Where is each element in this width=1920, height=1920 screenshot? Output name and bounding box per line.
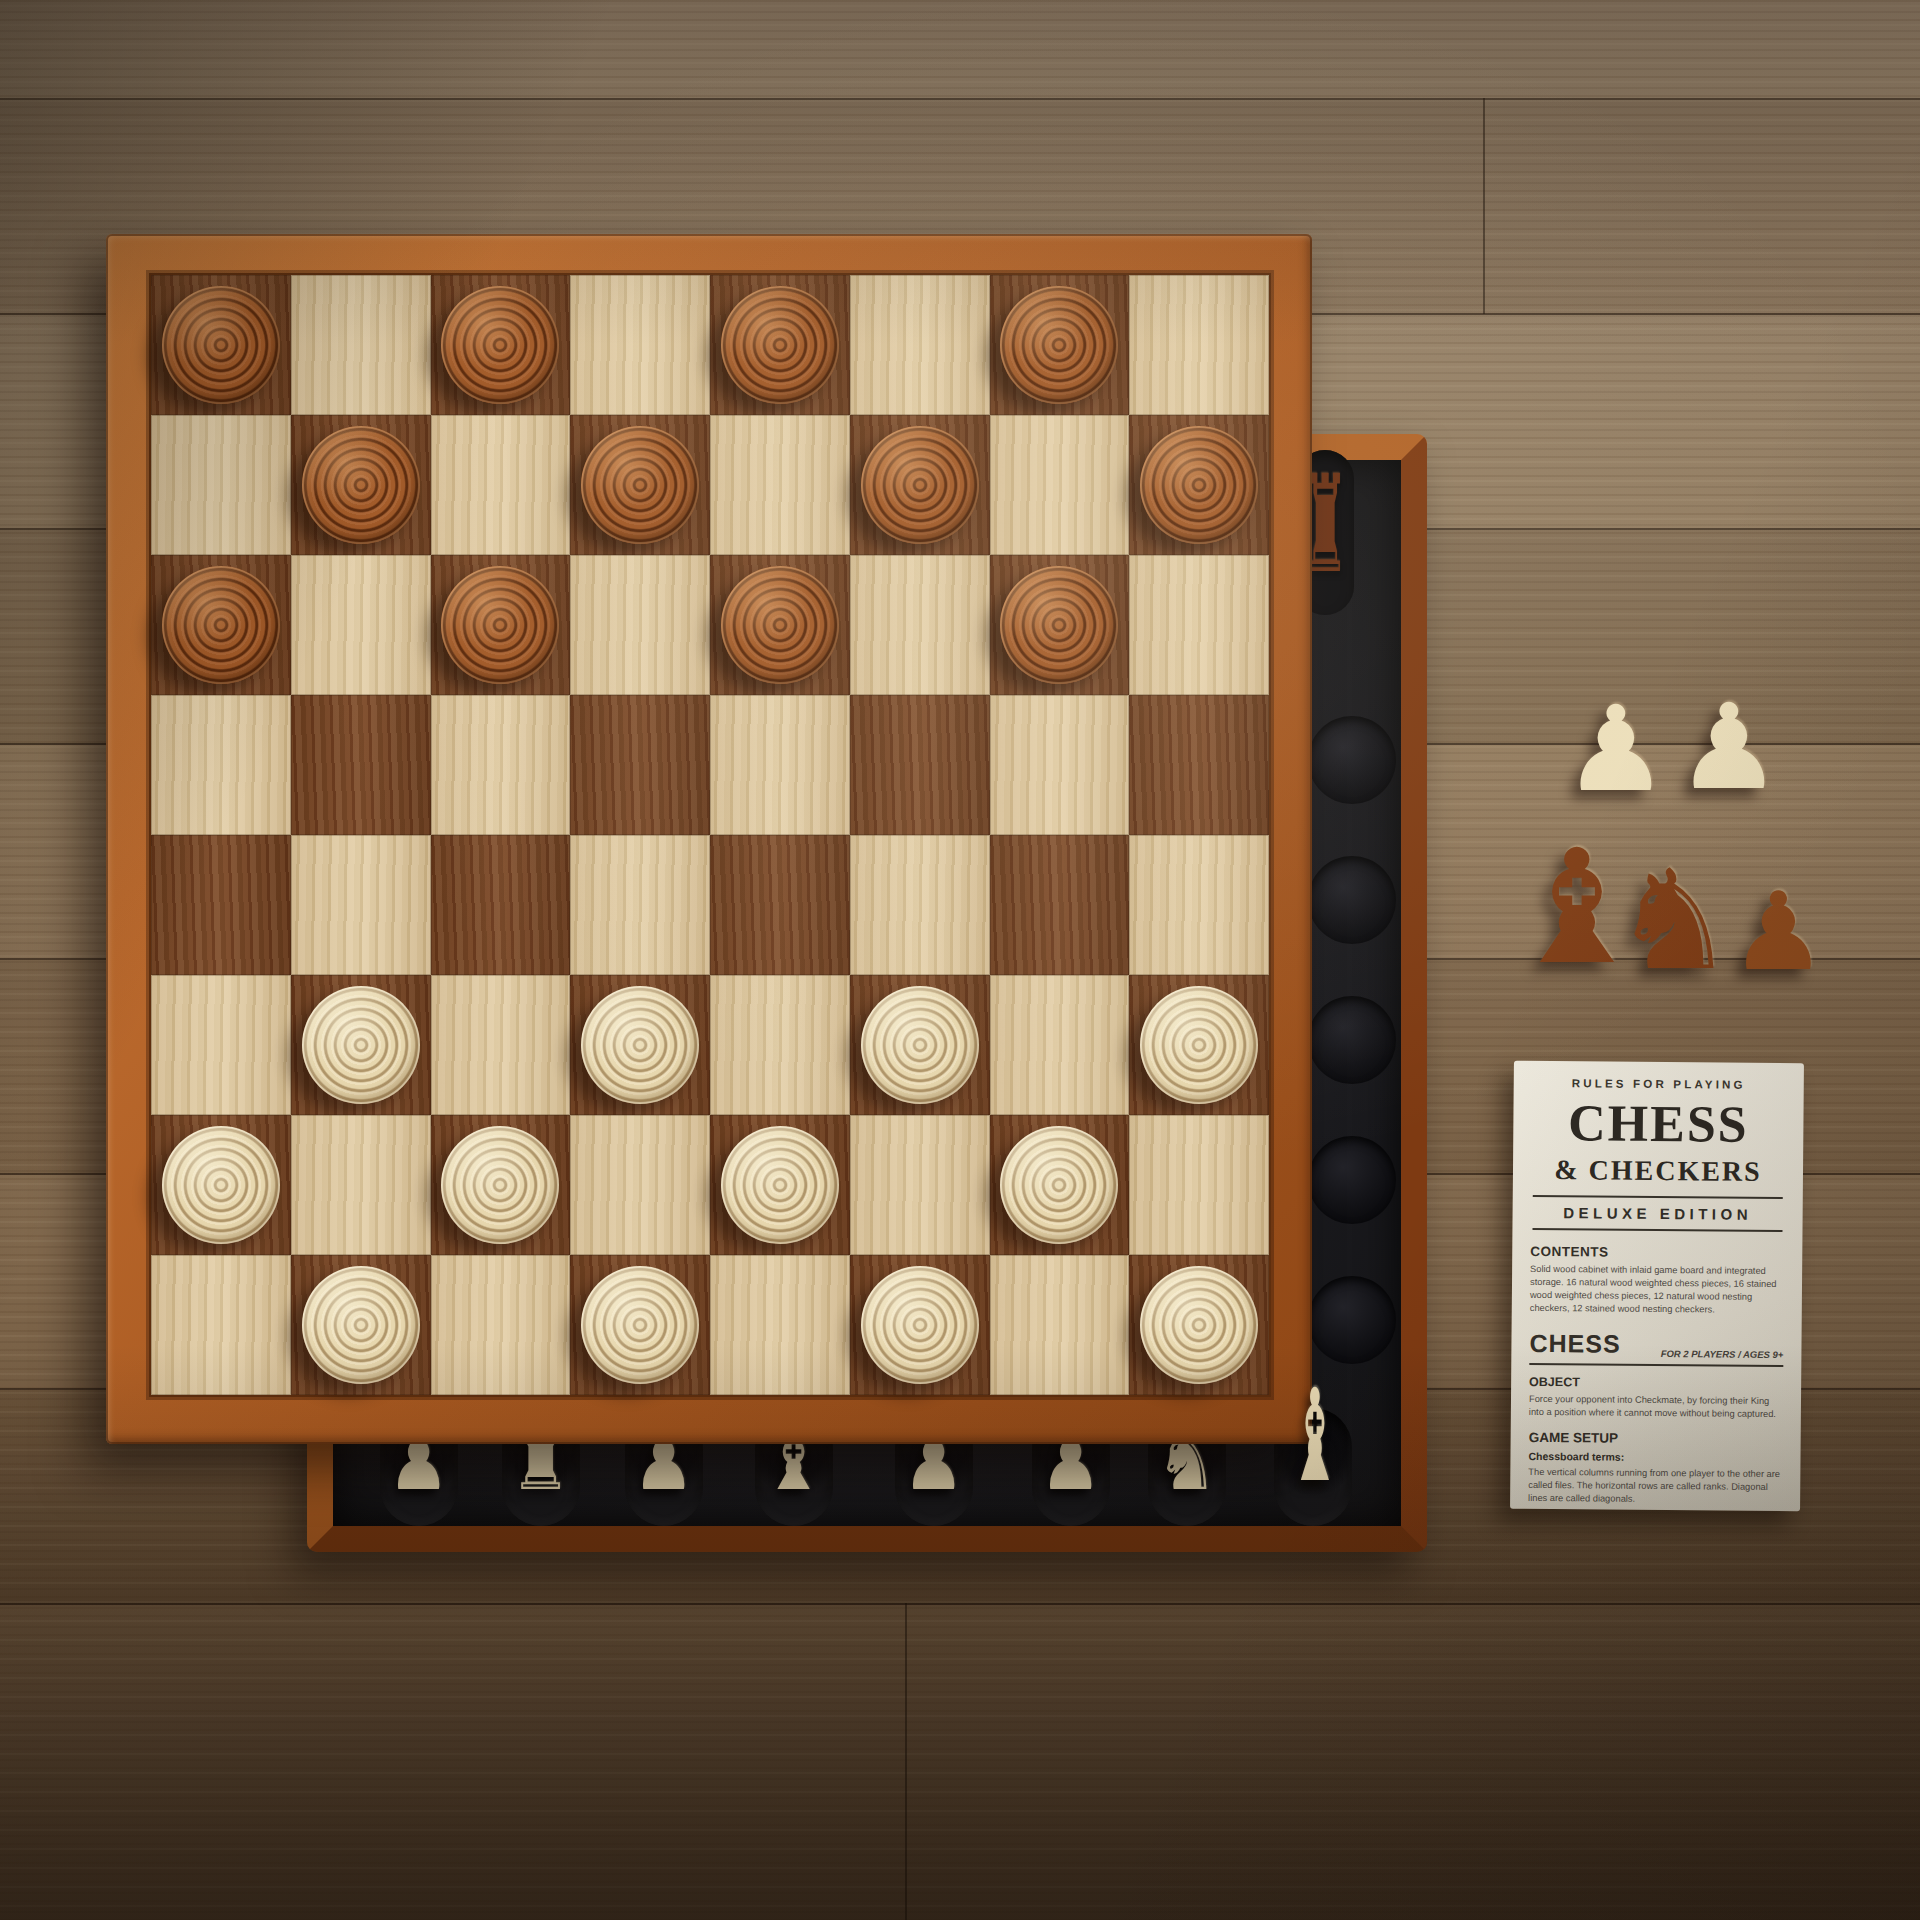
- square-a3[interactable]: [151, 975, 291, 1115]
- square-a7[interactable]: [151, 415, 291, 555]
- checker-stained[interactable]: [721, 566, 839, 684]
- scene: ♟♜♟♝♟♟♞ ♜ ♝ ♟ ♟ ♝ ♞ ♟ RULES FOR PLAYING …: [0, 0, 1920, 1920]
- checker-natural[interactable]: [861, 1266, 979, 1384]
- square-f1[interactable]: [850, 1255, 990, 1395]
- square-g6[interactable]: [990, 555, 1130, 695]
- square-d3[interactable]: [570, 975, 710, 1115]
- card-chess-heading: CHESS: [1529, 1329, 1620, 1359]
- card-object-heading: OBJECT: [1529, 1375, 1783, 1391]
- square-f5[interactable]: [850, 695, 990, 835]
- square-c3[interactable]: [431, 975, 571, 1115]
- square-c4[interactable]: [431, 835, 571, 975]
- square-e4[interactable]: [710, 835, 850, 975]
- square-b6[interactable]: [291, 555, 431, 695]
- square-h5[interactable]: [1129, 695, 1269, 835]
- square-c8[interactable]: [431, 275, 571, 415]
- checker-stained[interactable]: [861, 426, 979, 544]
- square-a4[interactable]: [151, 835, 291, 975]
- square-g3[interactable]: [990, 975, 1130, 1115]
- square-b4[interactable]: [291, 835, 431, 975]
- square-h6[interactable]: [1129, 555, 1269, 695]
- square-g5[interactable]: [990, 695, 1130, 835]
- checker-stained[interactable]: [302, 426, 420, 544]
- square-d1[interactable]: [570, 1255, 710, 1395]
- checkers-board: [106, 234, 1312, 1444]
- loose-pawn-stained: ♟: [1730, 878, 1827, 986]
- card-object-body: Force your opponent into Checkmate, by f…: [1529, 1393, 1783, 1422]
- checker-natural[interactable]: [162, 1126, 280, 1244]
- checker-stained[interactable]: [162, 566, 280, 684]
- square-b8[interactable]: [291, 275, 431, 415]
- board-grid: [151, 275, 1269, 1395]
- square-b1[interactable]: [291, 1255, 431, 1395]
- square-d8[interactable]: [570, 275, 710, 415]
- checker-natural[interactable]: [581, 986, 699, 1104]
- tray-checker-slot: [1308, 1136, 1396, 1224]
- square-f2[interactable]: [850, 1115, 990, 1255]
- square-d7[interactable]: [570, 415, 710, 555]
- checker-natural[interactable]: [302, 986, 420, 1104]
- square-f3[interactable]: [850, 975, 990, 1115]
- checker-natural[interactable]: [302, 1266, 420, 1384]
- square-e2[interactable]: [710, 1115, 850, 1255]
- checker-natural[interactable]: [1140, 986, 1258, 1104]
- checker-stained[interactable]: [1000, 566, 1118, 684]
- square-c7[interactable]: [431, 415, 571, 555]
- loose-pawn-natural: ♟: [1563, 690, 1669, 808]
- square-c2[interactable]: [431, 1115, 571, 1255]
- card-terms-heading: Chessboard terms:: [1528, 1450, 1782, 1464]
- square-g2[interactable]: [990, 1115, 1130, 1255]
- square-f6[interactable]: [850, 555, 990, 695]
- square-c6[interactable]: [431, 555, 571, 695]
- checker-natural[interactable]: [721, 1126, 839, 1244]
- square-f4[interactable]: [850, 835, 990, 975]
- square-c1[interactable]: [431, 1255, 571, 1395]
- square-h2[interactable]: [1129, 1115, 1269, 1255]
- square-a8[interactable]: [151, 275, 291, 415]
- checker-natural[interactable]: [1140, 1266, 1258, 1384]
- checker-stained[interactable]: [162, 286, 280, 404]
- square-d6[interactable]: [570, 555, 710, 695]
- checker-stained[interactable]: [581, 426, 699, 544]
- square-g4[interactable]: [990, 835, 1130, 975]
- square-f8[interactable]: [850, 275, 990, 415]
- square-e1[interactable]: [710, 1255, 850, 1395]
- square-h1[interactable]: [1129, 1255, 1269, 1395]
- loose-knight-stained: ♞: [1612, 852, 1736, 990]
- square-b2[interactable]: [291, 1115, 431, 1255]
- card-contents-body: Solid wood cabinet with inlaid game boar…: [1530, 1262, 1784, 1317]
- square-a5[interactable]: [151, 695, 291, 835]
- square-e6[interactable]: [710, 555, 850, 695]
- card-subtitle: & CHECKERS: [1531, 1154, 1785, 1188]
- square-e5[interactable]: [710, 695, 850, 835]
- card-title: CHESS: [1531, 1097, 1785, 1151]
- card-contents-heading: CONTENTS: [1530, 1243, 1784, 1260]
- square-e7[interactable]: [710, 415, 850, 555]
- checker-stained[interactable]: [441, 566, 559, 684]
- card-terms-body: The vertical columns running from one pl…: [1528, 1466, 1782, 1508]
- square-g1[interactable]: [990, 1255, 1130, 1395]
- tray-checker-slot: [1308, 856, 1396, 944]
- checker-natural[interactable]: [441, 1126, 559, 1244]
- floor-plank-joint: [905, 1603, 907, 1920]
- square-h8[interactable]: [1129, 275, 1269, 415]
- square-a2[interactable]: [151, 1115, 291, 1255]
- card-edition: DELUXE EDITION: [1531, 1204, 1785, 1223]
- card-rule-line: [1532, 1228, 1782, 1232]
- square-h4[interactable]: [1129, 835, 1269, 975]
- stored-bishop-natural: ♝: [1288, 1372, 1342, 1500]
- tray-checker-slot: [1308, 716, 1396, 804]
- card-rule-line: [1533, 1195, 1783, 1199]
- rules-card: RULES FOR PLAYING CHESS & CHECKERS DELUX…: [1510, 1061, 1804, 1512]
- square-d2[interactable]: [570, 1115, 710, 1255]
- card-players-note: FOR 2 PLAYERS / AGES 9+: [1661, 1348, 1784, 1360]
- square-e8[interactable]: [710, 275, 850, 415]
- square-d4[interactable]: [570, 835, 710, 975]
- square-h7[interactable]: [1129, 415, 1269, 555]
- tray-checker-slot: [1308, 996, 1396, 1084]
- checker-stained[interactable]: [721, 286, 839, 404]
- square-g7[interactable]: [990, 415, 1130, 555]
- checker-stained[interactable]: [441, 286, 559, 404]
- square-g8[interactable]: [990, 275, 1130, 415]
- checker-natural[interactable]: [581, 1266, 699, 1384]
- checker-stained[interactable]: [1140, 426, 1258, 544]
- square-h3[interactable]: [1129, 975, 1269, 1115]
- square-a6[interactable]: [151, 555, 291, 695]
- square-e3[interactable]: [710, 975, 850, 1115]
- square-b7[interactable]: [291, 415, 431, 555]
- square-f7[interactable]: [850, 415, 990, 555]
- tray-checker-slot: [1308, 1276, 1396, 1364]
- checker-natural[interactable]: [1000, 1126, 1118, 1244]
- square-c5[interactable]: [431, 695, 571, 835]
- loose-pawn-natural: ♟: [1676, 688, 1782, 806]
- card-eyebrow: RULES FOR PLAYING: [1532, 1077, 1786, 1091]
- square-b3[interactable]: [291, 975, 431, 1115]
- checker-natural[interactable]: [861, 986, 979, 1104]
- square-a1[interactable]: [151, 1255, 291, 1395]
- card-setup-heading: GAME SETUP: [1529, 1430, 1783, 1447]
- floor-plank-joint: [1483, 98, 1485, 314]
- checker-stained[interactable]: [1000, 286, 1118, 404]
- card-chess-heading-row: CHESS FOR 2 PLAYERS / AGES 9+: [1529, 1329, 1783, 1367]
- square-d5[interactable]: [570, 695, 710, 835]
- square-b5[interactable]: [291, 695, 431, 835]
